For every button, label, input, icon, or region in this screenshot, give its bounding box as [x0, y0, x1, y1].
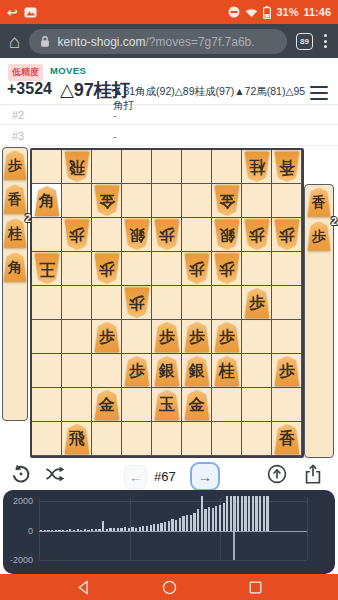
board-square[interactable]: 歩 [182, 252, 212, 286]
shogi-piece-gote[interactable]: 金 [94, 186, 120, 216]
shogi-piece-sente[interactable]: 角 [34, 186, 60, 216]
board-square[interactable] [62, 252, 92, 286]
eval-bar [91, 529, 93, 531]
board-square[interactable] [152, 150, 182, 184]
board-square[interactable] [92, 354, 122, 388]
shogi-piece-sente[interactable]: 香 [3, 185, 27, 214]
eval-bar [98, 529, 100, 531]
eval-bar [150, 525, 152, 531]
board-square[interactable] [272, 184, 302, 218]
shogi-piece-sente[interactable]: 歩 [274, 356, 300, 386]
battery-percent: 31% [276, 6, 298, 18]
board-square[interactable]: 金 [92, 388, 122, 422]
clock: 11:46 [303, 6, 331, 18]
shogi-piece-sente[interactable]: 香 [274, 424, 300, 454]
board-square[interactable] [182, 218, 212, 252]
eval-bar [131, 527, 133, 531]
shogi-piece-sente[interactable]: 香 [307, 188, 331, 217]
board-square[interactable] [182, 184, 212, 218]
board-square[interactable]: 歩 [122, 354, 152, 388]
shogi-piece-sente[interactable]: 玉 [154, 390, 180, 420]
shogi-piece-gote[interactable]: 歩 [274, 220, 300, 250]
board-square[interactable]: 角 [32, 184, 62, 218]
eval-bar [244, 496, 246, 531]
eval-bar [160, 523, 162, 531]
eval-bar [266, 496, 268, 531]
board-square[interactable] [212, 388, 242, 422]
board-square[interactable]: 金 [92, 184, 122, 218]
url-domain: kento-shogi.com [57, 35, 145, 49]
shogi-piece-sente[interactable]: 金 [184, 390, 210, 420]
do-not-disturb-icon [228, 6, 240, 18]
piece-count-badge: 2 [331, 215, 337, 227]
board-square[interactable]: 銀 [122, 218, 152, 252]
shogi-piece-gote[interactable]: 歩 [124, 288, 150, 318]
hand-piece-slot[interactable]: 桂2 [3, 216, 27, 250]
analysis-header: 低精度 MOVES +3524 △97桂打 ▲81角成(92)△89桂成(97)… [0, 58, 338, 105]
board-square[interactable] [122, 320, 152, 354]
eval-bar [182, 516, 184, 531]
shogi-piece-gote[interactable]: 歩 [94, 254, 120, 284]
variation-value: - [113, 109, 117, 121]
board-square[interactable] [122, 252, 152, 286]
eval-bar [106, 529, 108, 531]
shogi-piece-sente[interactable]: 歩 [184, 322, 210, 352]
board-square[interactable] [242, 184, 272, 218]
board-square[interactable]: 歩 [92, 320, 122, 354]
eval-bar [102, 521, 104, 531]
board-square[interactable] [32, 150, 62, 184]
eval-bar [171, 519, 173, 531]
variation-row-3[interactable]: #3 - [0, 126, 338, 146]
eval-bar [135, 528, 137, 531]
eval-bar [51, 530, 53, 531]
android-status-bar: ↩ 31% 11:46 [0, 0, 338, 24]
board-square[interactable]: 歩 [272, 218, 302, 252]
eval-bar [40, 530, 42, 531]
eval-bar [47, 530, 49, 531]
eval-bar [62, 530, 64, 532]
board-square[interactable]: 銀 [212, 218, 242, 252]
upload-position-icon[interactable] [266, 463, 288, 485]
eval-bar [80, 530, 82, 531]
shogi-piece-sente[interactable]: 歩 [307, 222, 331, 251]
eval-bar [58, 530, 60, 531]
board-square[interactable]: 歩 [152, 320, 182, 354]
board-square[interactable] [182, 422, 212, 456]
board-square[interactable] [272, 388, 302, 422]
board-square[interactable] [62, 184, 92, 218]
shogi-piece-gote[interactable]: 歩 [154, 220, 180, 250]
board-square[interactable] [92, 150, 122, 184]
variation-row-2[interactable]: #2 - [0, 105, 338, 125]
eval-bar [212, 508, 214, 531]
url-path: /?moves=7g7f.7a6b. [146, 35, 255, 49]
eval-bar [223, 503, 225, 531]
board-square[interactable]: 歩 [92, 252, 122, 286]
eval-bar [77, 529, 79, 531]
board-square[interactable] [62, 286, 92, 320]
shogi-piece-sente[interactable]: 歩 [124, 356, 150, 386]
board-square[interactable] [122, 150, 152, 184]
board-square[interactable] [242, 354, 272, 388]
shogi-piece-sente[interactable]: 歩 [154, 322, 180, 352]
chart-gridline [307, 498, 308, 560]
android-home-icon[interactable] [161, 579, 178, 596]
board-square[interactable] [272, 286, 302, 320]
evaluation-chart[interactable]: 2000 0 -2000 [3, 490, 335, 574]
eval-bar [168, 521, 170, 532]
eval-bar [113, 528, 115, 531]
board-square[interactable] [32, 422, 62, 456]
eval-bar [248, 496, 250, 531]
eval-bar [241, 496, 243, 531]
board-square[interactable] [62, 354, 92, 388]
eval-bar [186, 515, 188, 532]
eval-bar [215, 506, 217, 531]
eval-bar [208, 507, 210, 531]
board-square[interactable]: 香 [272, 422, 302, 456]
shogi-piece-sente[interactable]: 金 [94, 390, 120, 420]
android-nav-bar [0, 574, 338, 600]
eval-bar [109, 528, 111, 531]
browser-menu-icon[interactable] [322, 32, 329, 50]
board-square[interactable] [242, 252, 272, 286]
shogi-piece-gote[interactable]: 歩 [214, 254, 240, 284]
board-square[interactable] [182, 286, 212, 320]
shogi-piece-gote[interactable]: 歩 [64, 220, 90, 250]
android-recents-icon[interactable] [247, 579, 264, 596]
battery-icon [263, 6, 271, 19]
wifi-icon [245, 7, 258, 18]
board-square[interactable]: 歩 [62, 218, 92, 252]
eval-bar [139, 527, 141, 532]
board-square[interactable]: 金 [182, 388, 212, 422]
eval-bar [190, 515, 192, 531]
board-square[interactable] [92, 218, 122, 252]
board-square[interactable]: 飛 [62, 422, 92, 456]
phone-screen: ↩ 31% 11:46 ⌂ [0, 0, 338, 600]
evaluation-score: +3524 [7, 80, 52, 98]
board-square[interactable] [62, 388, 92, 422]
eval-bar [117, 528, 119, 531]
eval-bar [146, 526, 148, 531]
hand-piece-slot[interactable]: 歩 [3, 148, 27, 182]
board-square[interactable] [92, 422, 122, 456]
board-square[interactable] [32, 320, 62, 354]
eval-bar [84, 529, 86, 531]
notification-back-arrow-icon: ↩ [7, 6, 18, 19]
board-square[interactable]: 歩 [122, 286, 152, 320]
shogi-piece-gote[interactable]: 香 [274, 152, 300, 182]
board-square[interactable] [62, 320, 92, 354]
url-bar[interactable]: kento-shogi.com/?moves=7g7f.7a6b. [29, 29, 287, 54]
hand-piece-slot[interactable]: 香 [305, 185, 333, 219]
board-square[interactable] [32, 388, 62, 422]
board-square[interactable] [122, 422, 152, 456]
eval-bar [124, 527, 126, 531]
eval-bar [128, 528, 130, 531]
screenshot-notification-icon [24, 7, 37, 18]
reset-rotate-icon[interactable] [10, 463, 32, 485]
shogi-piece-sente[interactable]: 銀 [184, 356, 210, 386]
eval-bar [197, 509, 199, 532]
variation-label: #2 [12, 109, 24, 121]
eval-bar [226, 496, 228, 531]
board-square[interactable] [242, 320, 272, 354]
eval-bar [193, 513, 195, 531]
board-square[interactable]: 金 [212, 184, 242, 218]
precision-badge: 低精度 [8, 64, 43, 81]
board-square[interactable] [212, 286, 242, 320]
ytick-2000: 2000 [5, 496, 33, 506]
board-square[interactable] [242, 388, 272, 422]
board-square[interactable] [92, 286, 122, 320]
board-square[interactable]: 王 [32, 252, 62, 286]
board-square[interactable]: 歩 [182, 320, 212, 354]
board-square[interactable] [272, 320, 302, 354]
board-square[interactable] [152, 252, 182, 286]
ytick-neg2000: -2000 [5, 555, 33, 565]
board-square[interactable]: 歩 [152, 218, 182, 252]
gote-hand-stand: 歩香桂2角 [2, 147, 28, 421]
eval-bar [95, 529, 97, 531]
eval-bar [252, 496, 254, 531]
board-square[interactable]: 銀 [152, 354, 182, 388]
board-square[interactable]: 桂 [242, 150, 272, 184]
board-square[interactable] [122, 388, 152, 422]
variation-label: #3 [12, 130, 24, 142]
ytick-0: 0 [5, 526, 33, 536]
shogi-piece-gote[interactable]: 歩 [244, 220, 270, 250]
shogi-piece-sente[interactable]: 歩 [214, 322, 240, 352]
eval-bar [230, 496, 232, 531]
shogi-piece-gote[interactable]: 飛 [64, 152, 90, 182]
eval-bar [120, 528, 122, 531]
board-square[interactable]: 銀 [182, 354, 212, 388]
url-text: kento-shogi.com/?moves=7g7f.7a6b. [57, 32, 254, 50]
board-square[interactable]: 歩 [242, 218, 272, 252]
lock-icon [39, 35, 51, 48]
board-square[interactable] [32, 286, 62, 320]
board-square[interactable] [152, 184, 182, 218]
eval-bar [69, 529, 71, 531]
eval-bar [66, 530, 68, 531]
board-square[interactable]: 歩 [212, 252, 242, 286]
eval-bar [204, 509, 206, 532]
shogi-piece-gote[interactable]: 金 [214, 186, 240, 216]
shogi-piece-sente[interactable]: 銀 [154, 356, 180, 386]
home-icon[interactable]: ⌂ [9, 32, 20, 51]
eval-bar [73, 530, 75, 531]
shogi-piece-sente[interactable]: 桂 [214, 356, 240, 386]
board-square[interactable] [152, 422, 182, 456]
board-square[interactable]: 香 [272, 150, 302, 184]
board-square[interactable]: 桂 [212, 354, 242, 388]
next-move-button[interactable]: → [190, 462, 220, 491]
move-navigation: ← #67 → [0, 458, 338, 490]
board-square[interactable] [272, 252, 302, 286]
shogi-piece-sente[interactable]: 飛 [64, 424, 90, 454]
board-square[interactable] [212, 150, 242, 184]
piece-count-badge: 2 [25, 212, 31, 224]
previous-move-button[interactable]: ← [124, 465, 147, 489]
board-square[interactable] [32, 354, 62, 388]
eval-bar [55, 530, 57, 531]
eval-bar [237, 496, 239, 531]
board-square[interactable]: 玉 [152, 388, 182, 422]
eval-bar [44, 530, 46, 531]
eval-bar [175, 520, 177, 531]
hand-piece-slot[interactable]: 角 [3, 250, 27, 284]
shuffle-icon[interactable] [44, 463, 66, 485]
shogi-piece-gote[interactable]: 王 [34, 254, 60, 284]
shogi-piece-sente[interactable]: 歩 [94, 322, 120, 352]
eval-bar [87, 530, 89, 532]
board-square[interactable] [152, 286, 182, 320]
eval-bar [201, 496, 203, 531]
shogi-piece-sente[interactable]: 歩 [244, 288, 270, 318]
board-square[interactable] [212, 422, 242, 456]
board-square[interactable] [182, 150, 212, 184]
board-square[interactable]: 歩 [212, 320, 242, 354]
eval-bar [255, 496, 257, 531]
chart-cursor-line [233, 500, 234, 560]
eval-bars [40, 490, 300, 574]
shogi-piece-gote[interactable]: 銀 [124, 220, 150, 250]
move-number: #67 [154, 469, 176, 484]
board-square[interactable] [122, 184, 152, 218]
board-square[interactable]: 歩 [272, 354, 302, 388]
shogi-piece-gote[interactable]: 歩 [184, 254, 210, 284]
eval-bar [179, 518, 181, 532]
moves-label: MOVES [50, 65, 86, 76]
eval-bar [153, 524, 155, 531]
eval-bar [164, 522, 166, 531]
board-square[interactable] [32, 218, 62, 252]
share-icon[interactable] [302, 463, 324, 485]
menu-icon[interactable] [308, 84, 330, 102]
browser-toolbar: ⌂ kento-shogi.com/?moves=7g7f.7a6b. 89 [0, 24, 338, 58]
android-back-icon[interactable] [75, 579, 92, 596]
hand-piece-slot[interactable]: 香 [3, 182, 27, 216]
eval-bar [259, 496, 261, 531]
hand-piece-slot[interactable]: 歩2 [305, 219, 333, 253]
board-square[interactable]: 飛 [62, 150, 92, 184]
shogi-piece-sente[interactable]: 歩 [3, 151, 27, 180]
shogi-piece-gote[interactable]: 銀 [214, 220, 240, 250]
board-square[interactable] [242, 422, 272, 456]
eval-bar [157, 524, 159, 532]
eval-bar [142, 526, 144, 531]
tab-counter-button[interactable]: 89 [296, 33, 313, 50]
eval-bar [219, 505, 221, 531]
shogi-piece-gote[interactable]: 桂 [244, 152, 270, 182]
shogi-board: 飛桂香角金金歩銀歩銀歩歩王歩歩歩歩歩歩歩歩歩歩銀銀桂歩金玉金飛香 [30, 148, 304, 458]
sente-hand-stand: 香歩2 [304, 184, 334, 458]
board-square[interactable]: 歩 [242, 286, 272, 320]
eval-bar [263, 496, 265, 531]
variation-value: - [113, 130, 117, 142]
shogi-piece-sente[interactable]: 角 [3, 253, 27, 282]
shogi-piece-sente[interactable]: 桂 [3, 219, 27, 248]
